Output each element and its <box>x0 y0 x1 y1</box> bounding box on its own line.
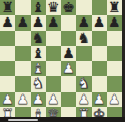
square-a7[interactable]: ♟ <box>0 15 15 30</box>
square-d7[interactable]: ♟ <box>46 15 61 30</box>
square-g7[interactable]: ♟ <box>92 15 107 30</box>
scrollbar-thumb[interactable] <box>8 119 38 122</box>
piece-black-pawn[interactable]: ♟ <box>78 15 91 30</box>
square-b6[interactable] <box>15 31 30 46</box>
square-a2[interactable]: ♟ <box>0 92 15 107</box>
square-h5[interactable] <box>107 46 122 61</box>
square-g3[interactable] <box>92 76 107 91</box>
piece-white-pawn[interactable]: ♟ <box>93 92 106 107</box>
square-e2[interactable] <box>61 92 76 107</box>
square-e3[interactable] <box>61 76 76 91</box>
piece-black-pawn[interactable]: ♟ <box>108 15 121 30</box>
piece-black-rook[interactable]: ♜ <box>1 0 14 15</box>
piece-black-knight[interactable]: ♞ <box>32 31 45 46</box>
square-b4[interactable] <box>15 61 30 76</box>
square-a8[interactable]: ♜ <box>0 0 15 15</box>
square-h6[interactable] <box>107 31 122 46</box>
piece-white-pawn[interactable]: ♟ <box>32 92 45 107</box>
piece-white-pawn[interactable]: ♟ <box>78 92 91 107</box>
bottom-window-strip <box>0 117 125 122</box>
piece-white-bishop[interactable]: ♝ <box>32 61 45 76</box>
piece-black-rook[interactable]: ♜ <box>108 0 121 15</box>
square-f4[interactable] <box>76 61 91 76</box>
square-g2[interactable]: ♟ <box>92 92 107 107</box>
square-h4[interactable] <box>107 61 122 76</box>
square-d6[interactable] <box>46 31 61 46</box>
square-c8[interactable]: ♝ <box>31 0 46 15</box>
square-c2[interactable]: ♟ <box>31 92 46 107</box>
square-h2[interactable]: ♟ <box>107 92 122 107</box>
chess-app-window: ♜♝♛♚♜♟♟♟♟♟♟♟♞♞♝♟♝♟♞♞♟♟♟♟♟♟♟♜♝♛♜♚ <box>0 0 125 122</box>
square-c5[interactable]: ♝ <box>31 46 46 61</box>
square-d8[interactable]: ♛ <box>46 0 61 15</box>
square-e5[interactable]: ♟ <box>61 46 76 61</box>
square-d5[interactable] <box>46 46 61 61</box>
square-d2[interactable]: ♟ <box>46 92 61 107</box>
piece-black-pawn[interactable]: ♟ <box>1 15 14 30</box>
square-d3[interactable] <box>46 76 61 91</box>
square-f5[interactable] <box>76 46 91 61</box>
piece-black-bishop[interactable]: ♝ <box>32 46 45 61</box>
piece-white-pawn[interactable]: ♟ <box>17 92 30 107</box>
square-h3[interactable] <box>107 76 122 91</box>
piece-white-knight[interactable]: ♞ <box>32 76 45 91</box>
square-g8[interactable] <box>92 0 107 15</box>
square-g5[interactable] <box>92 46 107 61</box>
square-b2[interactable]: ♟ <box>15 92 30 107</box>
piece-white-knight[interactable]: ♞ <box>78 76 91 91</box>
square-d4[interactable] <box>46 61 61 76</box>
square-a5[interactable] <box>0 46 15 61</box>
piece-white-pawn[interactable]: ♟ <box>62 61 75 76</box>
square-f3[interactable]: ♞ <box>76 76 91 91</box>
piece-black-bishop[interactable]: ♝ <box>32 0 45 15</box>
chess-board: ♜♝♛♚♜♟♟♟♟♟♟♟♞♞♝♟♝♟♞♞♟♟♟♟♟♟♟♜♝♛♜♚ <box>0 0 122 122</box>
piece-white-pawn[interactable]: ♟ <box>1 92 14 107</box>
piece-white-pawn[interactable]: ♟ <box>47 92 60 107</box>
square-c3[interactable]: ♞ <box>31 76 46 91</box>
piece-black-pawn[interactable]: ♟ <box>47 15 60 30</box>
square-c7[interactable]: ♟ <box>31 15 46 30</box>
square-b3[interactable] <box>15 76 30 91</box>
square-e8[interactable]: ♚ <box>61 0 76 15</box>
piece-black-queen[interactable]: ♛ <box>47 0 60 15</box>
square-f7[interactable]: ♟ <box>76 15 91 30</box>
square-b7[interactable]: ♟ <box>15 15 30 30</box>
square-g4[interactable] <box>92 61 107 76</box>
square-e6[interactable] <box>61 31 76 46</box>
piece-black-pawn[interactable]: ♟ <box>93 15 106 30</box>
piece-black-pawn[interactable]: ♟ <box>32 15 45 30</box>
piece-black-pawn[interactable]: ♟ <box>62 46 75 61</box>
piece-black-king[interactable]: ♚ <box>62 0 75 15</box>
square-e7[interactable] <box>61 15 76 30</box>
square-c4[interactable]: ♝ <box>31 61 46 76</box>
square-f6[interactable]: ♞ <box>76 31 91 46</box>
square-f2[interactable]: ♟ <box>76 92 91 107</box>
square-c6[interactable]: ♞ <box>31 31 46 46</box>
square-h8[interactable]: ♜ <box>107 0 122 15</box>
square-e4[interactable]: ♟ <box>61 61 76 76</box>
piece-white-pawn[interactable]: ♟ <box>108 92 121 107</box>
square-a3[interactable] <box>0 76 15 91</box>
square-b8[interactable] <box>15 0 30 15</box>
square-f8[interactable] <box>76 0 91 15</box>
square-h7[interactable]: ♟ <box>107 15 122 30</box>
square-a4[interactable] <box>0 61 15 76</box>
square-a6[interactable] <box>0 31 15 46</box>
square-g6[interactable] <box>92 31 107 46</box>
piece-black-pawn[interactable]: ♟ <box>17 15 30 30</box>
piece-black-knight[interactable]: ♞ <box>78 31 91 46</box>
square-b5[interactable] <box>15 46 30 61</box>
